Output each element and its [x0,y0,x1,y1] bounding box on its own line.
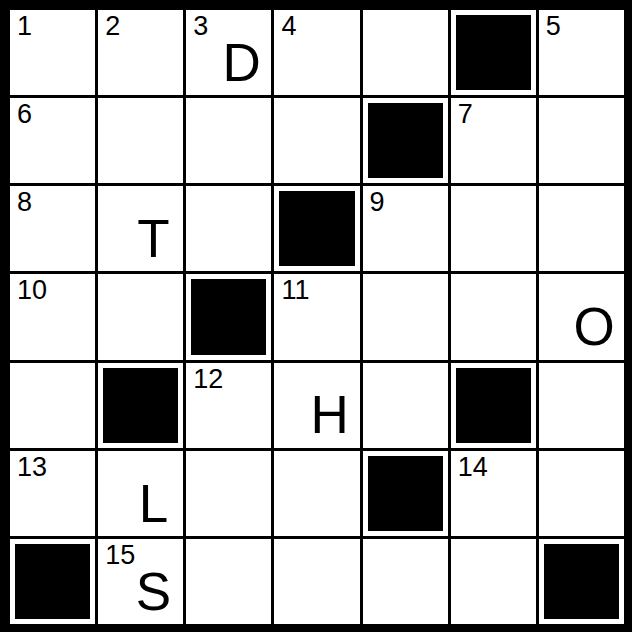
block-fill [456,15,531,90]
clue-number: 4 [281,12,296,42]
cell-r3c2[interactable]: T [98,186,183,271]
block-fill [456,368,531,443]
cell-r6c4[interactable] [274,451,359,536]
clue-number: 13 [17,453,47,483]
black-cell-r2c5 [363,98,448,183]
cell-r7c5[interactable] [363,539,448,624]
black-cell-r1c6 [451,10,536,95]
block-fill [279,191,354,266]
cell-r4c6[interactable] [451,274,536,359]
cell-r1c1[interactable]: 1 [10,10,95,95]
cell-r7c6[interactable] [451,539,536,624]
cell-r2c6[interactable]: 7 [451,98,536,183]
cell-r3c1[interactable]: 8 [10,186,95,271]
cell-letter: T [137,212,169,265]
black-cell-r7c7 [539,539,624,624]
cell-r5c5[interactable] [363,363,448,448]
cell-r1c3[interactable]: 3D [186,10,271,95]
cell-r5c1[interactable] [10,363,95,448]
cell-letter: H [311,388,349,441]
cell-r3c6[interactable] [451,186,536,271]
cell-r4c4[interactable]: 11 [274,274,359,359]
cell-r6c1[interactable]: 13 [10,451,95,536]
cell-r7c4[interactable] [274,539,359,624]
clue-number: 10 [17,276,47,306]
cell-r1c2[interactable]: 2 [98,10,183,95]
crossword-board: 123D45678T91011O12H13L1415S [0,0,632,632]
block-fill [103,368,178,443]
block-fill [544,544,619,619]
block-fill [368,456,443,531]
cell-r2c1[interactable]: 6 [10,98,95,183]
black-cell-r4c3 [186,274,271,359]
cell-r2c2[interactable] [98,98,183,183]
cell-r4c7[interactable]: O [539,274,624,359]
cell-r7c2[interactable]: 15S [98,539,183,624]
cell-r4c2[interactable] [98,274,183,359]
cell-r5c3[interactable]: 12 [186,363,271,448]
clue-number: 6 [17,100,32,130]
cell-r4c1[interactable]: 10 [10,274,95,359]
clue-number: 1 [17,12,32,42]
cell-r4c5[interactable] [363,274,448,359]
clue-number: 3 [193,12,208,42]
block-fill [368,103,443,178]
crossword-screen: 123D45678T91011O12H13L1415S [0,0,635,635]
cell-letter: O [574,300,615,353]
black-cell-r7c1 [10,539,95,624]
cell-r6c7[interactable] [539,451,624,536]
clue-number: 2 [105,12,120,42]
black-cell-r5c6 [451,363,536,448]
cell-r6c3[interactable] [186,451,271,536]
black-cell-r5c2 [98,363,183,448]
cell-r1c5[interactable] [363,10,448,95]
cell-r1c4[interactable]: 4 [274,10,359,95]
cell-letter: L [139,476,168,529]
clue-number: 12 [193,365,223,395]
cell-r2c3[interactable] [186,98,271,183]
black-cell-r3c4 [274,186,359,271]
block-fill [15,544,90,619]
clue-number: 5 [546,12,561,42]
cell-r5c7[interactable] [539,363,624,448]
cell-r5c4[interactable]: H [274,363,359,448]
black-cell-r6c5 [363,451,448,536]
cell-r1c7[interactable]: 5 [539,10,624,95]
cell-r3c7[interactable] [539,186,624,271]
clue-number: 7 [458,100,473,130]
clue-number: 9 [370,188,385,218]
clue-number: 11 [281,276,309,306]
cell-r2c7[interactable] [539,98,624,183]
clue-number: 15 [105,541,135,571]
cell-r2c4[interactable] [274,98,359,183]
clue-number: 8 [17,188,32,218]
cell-letter: D [222,35,260,88]
cell-r6c2[interactable]: L [98,451,183,536]
clue-number: 14 [458,453,488,483]
block-fill [191,279,266,354]
cell-r6c6[interactable]: 14 [451,451,536,536]
cell-letter: S [136,564,171,617]
cell-r7c3[interactable] [186,539,271,624]
cell-r3c5[interactable]: 9 [363,186,448,271]
cell-r3c3[interactable] [186,186,271,271]
